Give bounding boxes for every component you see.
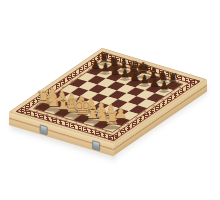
piece-white-rook: ♜: [103, 110, 120, 127]
pieces-layer: ♜♞♝♛♚♝♞♜♟♟♟♟♟♟♟♟♟♟♟♟♟♟♟♟♜♞♝♛♚♝♞♜: [0, 0, 220, 200]
product-photo-scene: aabbccddeeffgghh1122334455667788 ♜♞♝♛♚♝♞…: [0, 0, 220, 200]
piece-black-pawn: ♟: [158, 80, 169, 91]
